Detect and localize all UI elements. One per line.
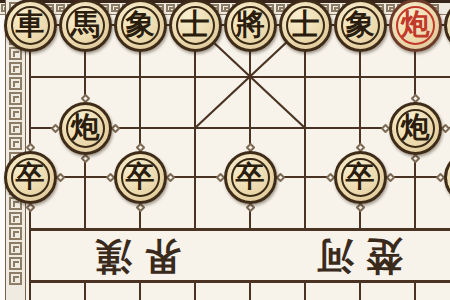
piece-inner-ring: 馬 (66, 6, 105, 45)
piece-red-cannon[interactable]: 炮 (389, 0, 442, 52)
piece-character: 炮 (71, 113, 100, 142)
river-text-left: 漢界 (95, 238, 181, 275)
piece-inner-ring: 士 (176, 6, 215, 45)
piece-inner-ring: 炮 (396, 6, 435, 45)
piece-black-general[interactable]: 將 (224, 0, 277, 52)
piece-inner-ring: 卒 (11, 158, 50, 197)
piece-black-cannon[interactable]: 炮 (59, 102, 112, 155)
piece-inner-ring: 炮 (66, 109, 105, 148)
river-character: 界 (144, 238, 181, 275)
piece-black-soldier[interactable]: 卒 (224, 151, 277, 204)
river-character: 漢 (95, 238, 132, 275)
river-character: 楚 (366, 238, 403, 275)
river-text-right: 河楚 (317, 238, 403, 275)
xiangqi-board: 漢界 河楚 車馬象士將士象炮車炮炮卒卒卒卒卒 (0, 0, 450, 300)
piece-inner-ring: 卒 (341, 158, 380, 197)
piece-black-elephant[interactable]: 象 (114, 0, 167, 52)
piece-character: 車 (16, 10, 45, 39)
piece-black-elephant[interactable]: 象 (334, 0, 387, 52)
piece-inner-ring: 象 (121, 6, 160, 45)
piece-character: 士 (181, 10, 210, 39)
piece-black-advisor[interactable]: 士 (169, 0, 222, 52)
piece-black-horse[interactable]: 馬 (59, 0, 112, 52)
piece-inner-ring: 卒 (231, 158, 270, 197)
piece-character: 馬 (71, 10, 100, 39)
piece-character: 炮 (401, 10, 430, 39)
piece-character: 卒 (346, 162, 375, 191)
piece-black-cannon[interactable]: 炮 (389, 102, 442, 155)
piece-inner-ring: 卒 (121, 158, 160, 197)
piece-black-soldier[interactable]: 卒 (114, 151, 167, 204)
piece-character: 士 (291, 10, 320, 39)
piece-character: 象 (346, 10, 375, 39)
piece-black-chariot[interactable]: 車 (4, 0, 57, 52)
piece-inner-ring: 士 (286, 6, 325, 45)
piece-character: 卒 (16, 162, 45, 191)
piece-inner-ring: 炮 (396, 109, 435, 148)
river-character: 河 (317, 238, 354, 275)
piece-inner-ring: 車 (11, 6, 50, 45)
piece-character: 卒 (236, 162, 265, 191)
piece-character: 象 (126, 10, 155, 39)
piece-inner-ring: 將 (231, 6, 270, 45)
piece-inner-ring: 象 (341, 6, 380, 45)
piece-black-soldier[interactable]: 卒 (4, 151, 57, 204)
piece-black-soldier[interactable]: 卒 (334, 151, 387, 204)
piece-character: 卒 (126, 162, 155, 191)
piece-black-advisor[interactable]: 士 (279, 0, 332, 52)
piece-character: 炮 (401, 113, 430, 142)
piece-character: 將 (236, 10, 265, 39)
